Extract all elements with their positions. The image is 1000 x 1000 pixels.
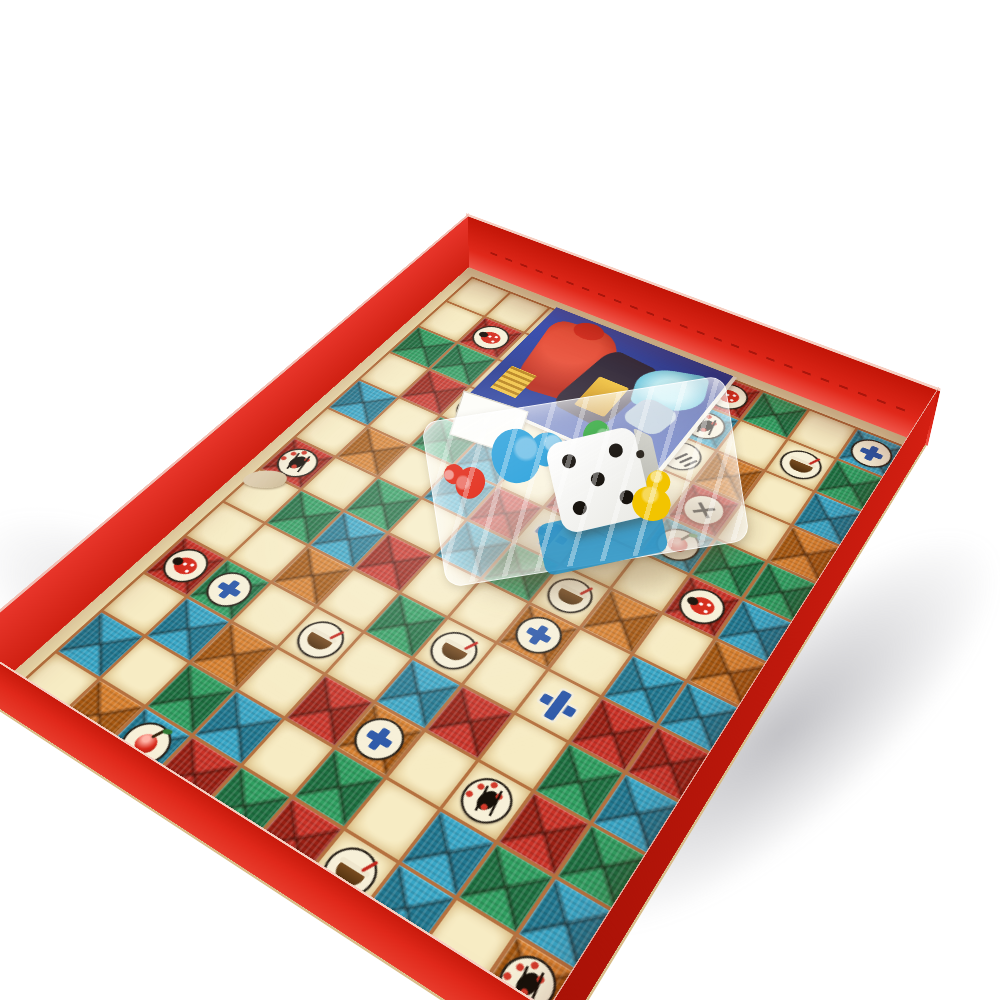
- components-layer: [0, 0, 1000, 1000]
- photo-stage: ×: [0, 0, 1000, 1000]
